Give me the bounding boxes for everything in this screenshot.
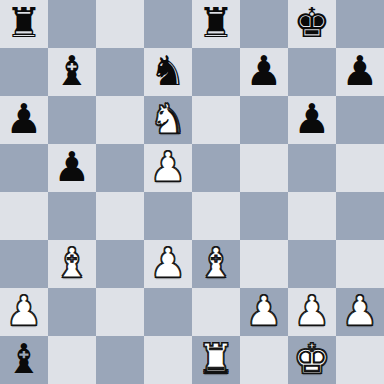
square-g7[interactable] (288, 48, 336, 96)
piece-black-pawn[interactable]: ♟ (6, 99, 43, 140)
square-h3[interactable] (336, 240, 384, 288)
square-f2[interactable]: ♟ (240, 288, 288, 336)
chess-board: ♜♜♚♝♞♟♟♟♞♟♟♟♝♟♝♟♟♟♟♝♜♚ (0, 0, 384, 384)
piece-white-bishop[interactable]: ♝ (198, 243, 235, 284)
piece-black-knight[interactable]: ♞ (150, 51, 187, 92)
square-d1[interactable] (144, 336, 192, 384)
piece-black-bishop[interactable]: ♝ (6, 339, 43, 380)
square-h2[interactable]: ♟ (336, 288, 384, 336)
piece-black-pawn[interactable]: ♟ (294, 99, 331, 140)
square-b8[interactable] (48, 0, 96, 48)
piece-white-pawn[interactable]: ♟ (6, 291, 43, 332)
square-a8[interactable]: ♜ (0, 0, 48, 48)
square-d6[interactable]: ♞ (144, 96, 192, 144)
square-h6[interactable] (336, 96, 384, 144)
square-c5[interactable] (96, 144, 144, 192)
square-c1[interactable] (96, 336, 144, 384)
square-c6[interactable] (96, 96, 144, 144)
square-e5[interactable] (192, 144, 240, 192)
square-h7[interactable]: ♟ (336, 48, 384, 96)
square-g4[interactable] (288, 192, 336, 240)
piece-white-pawn[interactable]: ♟ (150, 243, 187, 284)
square-f3[interactable] (240, 240, 288, 288)
piece-white-pawn[interactable]: ♟ (294, 291, 331, 332)
piece-white-bishop[interactable]: ♝ (54, 243, 91, 284)
piece-black-rook[interactable]: ♜ (6, 3, 43, 44)
piece-white-knight[interactable]: ♞ (150, 99, 187, 140)
square-c4[interactable] (96, 192, 144, 240)
square-e3[interactable]: ♝ (192, 240, 240, 288)
piece-black-king[interactable]: ♚ (294, 3, 331, 44)
piece-white-pawn[interactable]: ♟ (342, 291, 379, 332)
square-e1[interactable]: ♜ (192, 336, 240, 384)
square-c7[interactable] (96, 48, 144, 96)
square-e8[interactable]: ♜ (192, 0, 240, 48)
piece-white-rook[interactable]: ♜ (198, 339, 235, 380)
square-e4[interactable] (192, 192, 240, 240)
square-h4[interactable] (336, 192, 384, 240)
piece-white-pawn[interactable]: ♟ (246, 291, 283, 332)
square-e6[interactable] (192, 96, 240, 144)
square-e2[interactable] (192, 288, 240, 336)
square-f6[interactable] (240, 96, 288, 144)
square-g6[interactable]: ♟ (288, 96, 336, 144)
square-b4[interactable] (48, 192, 96, 240)
piece-black-bishop[interactable]: ♝ (54, 51, 91, 92)
square-b3[interactable]: ♝ (48, 240, 96, 288)
square-g8[interactable]: ♚ (288, 0, 336, 48)
square-f7[interactable]: ♟ (240, 48, 288, 96)
square-d3[interactable]: ♟ (144, 240, 192, 288)
square-c2[interactable] (96, 288, 144, 336)
square-a5[interactable] (0, 144, 48, 192)
square-d7[interactable]: ♞ (144, 48, 192, 96)
piece-black-pawn[interactable]: ♟ (246, 51, 283, 92)
square-g1[interactable]: ♚ (288, 336, 336, 384)
square-b5[interactable]: ♟ (48, 144, 96, 192)
square-b2[interactable] (48, 288, 96, 336)
square-d5[interactable]: ♟ (144, 144, 192, 192)
square-d2[interactable] (144, 288, 192, 336)
square-h5[interactable] (336, 144, 384, 192)
square-a2[interactable]: ♟ (0, 288, 48, 336)
piece-black-rook[interactable]: ♜ (198, 3, 235, 44)
square-h8[interactable] (336, 0, 384, 48)
square-g3[interactable] (288, 240, 336, 288)
square-e7[interactable] (192, 48, 240, 96)
square-a7[interactable] (0, 48, 48, 96)
piece-black-pawn[interactable]: ♟ (54, 147, 91, 188)
piece-black-pawn[interactable]: ♟ (342, 51, 379, 92)
square-a1[interactable]: ♝ (0, 336, 48, 384)
square-f8[interactable] (240, 0, 288, 48)
square-g5[interactable] (288, 144, 336, 192)
square-d8[interactable] (144, 0, 192, 48)
square-c8[interactable] (96, 0, 144, 48)
square-c3[interactable] (96, 240, 144, 288)
square-f1[interactable] (240, 336, 288, 384)
piece-white-pawn[interactable]: ♟ (150, 147, 187, 188)
square-d4[interactable] (144, 192, 192, 240)
square-a6[interactable]: ♟ (0, 96, 48, 144)
square-h1[interactable] (336, 336, 384, 384)
square-a3[interactable] (0, 240, 48, 288)
square-b6[interactable] (48, 96, 96, 144)
square-f4[interactable] (240, 192, 288, 240)
square-b7[interactable]: ♝ (48, 48, 96, 96)
square-a4[interactable] (0, 192, 48, 240)
square-b1[interactable] (48, 336, 96, 384)
piece-white-king[interactable]: ♚ (294, 339, 331, 380)
square-f5[interactable] (240, 144, 288, 192)
square-g2[interactable]: ♟ (288, 288, 336, 336)
